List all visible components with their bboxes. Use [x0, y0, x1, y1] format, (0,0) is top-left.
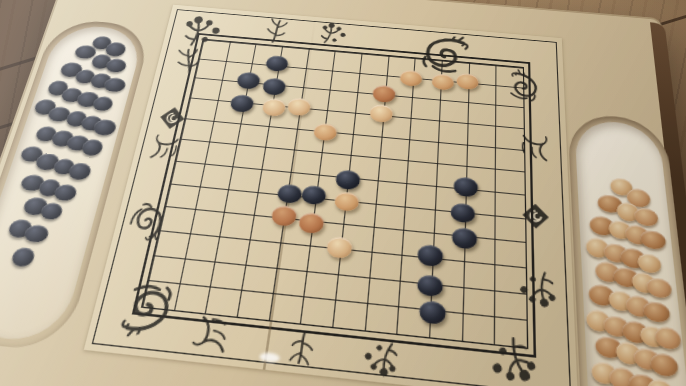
black-stone[interactable] [102, 77, 127, 93]
black-stone[interactable] [230, 94, 256, 112]
black-stone[interactable] [417, 244, 443, 267]
black-stone[interactable] [453, 176, 478, 197]
black-stone[interactable] [262, 78, 287, 96]
black-stone[interactable] [236, 72, 261, 90]
grid-line-vertical [461, 63, 469, 341]
black-stone[interactable] [104, 58, 127, 73]
white-stone[interactable] [261, 98, 286, 117]
white-stone[interactable] [634, 207, 659, 227]
white-stone[interactable] [372, 85, 396, 103]
grid-line-vertical [397, 58, 416, 334]
black-stone[interactable] [301, 185, 327, 206]
white-stone[interactable] [313, 122, 338, 141]
white-stone[interactable] [637, 252, 662, 273]
printed-go-paper [84, 5, 578, 386]
white-stone[interactable] [639, 230, 666, 251]
black-stone[interactable] [417, 274, 444, 298]
black-stone[interactable] [451, 227, 477, 249]
white-stone[interactable] [456, 73, 479, 91]
white-stone[interactable] [650, 352, 680, 378]
black-stone[interactable] [276, 183, 303, 204]
white-stone[interactable] [286, 97, 311, 116]
go-board[interactable] [0, 0, 686, 386]
white-stone[interactable] [326, 236, 353, 259]
black-stone[interactable] [419, 300, 446, 325]
white-stone[interactable] [646, 277, 673, 299]
black-stone[interactable] [10, 247, 37, 268]
white-stone[interactable] [334, 191, 360, 212]
white-stone[interactable] [369, 104, 393, 123]
black-stone[interactable] [265, 55, 289, 72]
white-stone[interactable] [270, 205, 297, 227]
grid-line-vertical [332, 54, 362, 327]
white-stone[interactable] [642, 301, 670, 324]
go-grid-13x13[interactable] [141, 39, 528, 349]
white-stone[interactable] [298, 212, 325, 234]
white-stone[interactable] [400, 69, 423, 87]
black-stone[interactable] [335, 169, 361, 190]
white-stone[interactable] [431, 73, 454, 91]
grid-line-vertical [494, 65, 497, 344]
black-stone[interactable] [450, 202, 475, 224]
photo-canvas [0, 0, 686, 386]
